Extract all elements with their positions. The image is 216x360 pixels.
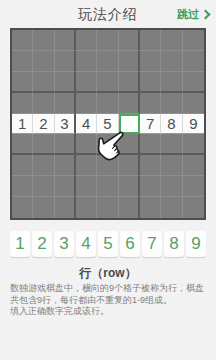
cell-r5c7: 7 [140, 114, 161, 135]
cell-r4c7 [140, 93, 161, 114]
cell-r2c7 [140, 51, 161, 72]
lesson-term: 行（row） [0, 265, 216, 282]
cell-r6c4 [76, 134, 97, 155]
cell-r7c9 [183, 155, 204, 176]
cell-r3c1 [12, 72, 33, 93]
cell-r8c9 [183, 176, 204, 197]
cell-r2c4 [76, 51, 97, 72]
cell-r4c4 [76, 93, 97, 114]
cell-r5c8: 8 [161, 114, 182, 135]
cell-r4c6 [119, 93, 140, 114]
cell-r2c2 [33, 51, 54, 72]
cell-r1c8 [161, 30, 182, 51]
cell-r9c5 [97, 197, 118, 218]
cell-r2c8 [161, 51, 182, 72]
cell-r8c1 [12, 176, 33, 197]
skip-button[interactable]: 跳过 [177, 7, 209, 22]
cell-r1c3 [55, 30, 76, 51]
lesson-line-1: 数独游戏棋盘中，横向的9个格子被称为行，棋盘共包含9行，每行都由不重复的1-9组… [10, 283, 208, 306]
cell-r5c5: 5 [97, 114, 118, 135]
cell-r1c1 [12, 30, 33, 51]
cell-r8c3 [55, 176, 76, 197]
numpad-key-2[interactable]: 2 [32, 231, 52, 257]
header: 玩法介绍 跳过 [0, 0, 216, 26]
cell-r4c8 [161, 93, 182, 114]
cell-r2c3 [55, 51, 76, 72]
cell-r6c3 [55, 134, 76, 155]
cell-r7c7 [140, 155, 161, 176]
cell-r2c6 [119, 51, 140, 72]
numpad-key-4[interactable]: 4 [76, 231, 96, 257]
cell-r4c3 [55, 93, 76, 114]
cell-r7c3 [55, 155, 76, 176]
cell-r8c2 [33, 176, 54, 197]
tutorial-screen: 玩法介绍 跳过 12345789 123456789 行（row） 数独游戏棋盘… [0, 0, 216, 360]
cell-r9c8 [161, 197, 182, 218]
cell-r5c1: 1 [12, 114, 33, 135]
cell-r4c2 [33, 93, 54, 114]
cell-r4c1 [12, 93, 33, 114]
numpad-key-6[interactable]: 6 [120, 231, 140, 257]
numpad-key-7[interactable]: 7 [142, 231, 162, 257]
lesson-description: 数独游戏棋盘中，横向的9个格子被称为行，棋盘共包含9行，每行都由不重复的1-9组… [10, 283, 208, 318]
cell-r7c8 [161, 155, 182, 176]
cell-r7c5 [97, 155, 118, 176]
cell-r1c6 [119, 30, 140, 51]
cell-r3c8 [161, 72, 182, 93]
cell-r3c2 [33, 72, 54, 93]
numpad-key-3[interactable]: 3 [54, 231, 74, 257]
cell-r3c3 [55, 72, 76, 93]
numpad-key-5[interactable]: 5 [98, 231, 118, 257]
cell-r5c6[interactable] [119, 114, 140, 135]
cell-r3c7 [140, 72, 161, 93]
cell-r9c1 [12, 197, 33, 218]
cell-r6c9 [183, 134, 204, 155]
cell-r5c4: 4 [76, 114, 97, 135]
cell-r3c6 [119, 72, 140, 93]
cell-r9c3 [55, 197, 76, 218]
cell-r3c4 [76, 72, 97, 93]
numpad-key-9[interactable]: 9 [186, 231, 206, 257]
numpad-key-1[interactable]: 1 [10, 231, 30, 257]
cell-r6c6 [119, 134, 140, 155]
cell-r5c2: 2 [33, 114, 54, 135]
cell-r5c9: 9 [183, 114, 204, 135]
cell-r1c5 [97, 30, 118, 51]
cell-r1c9 [183, 30, 204, 51]
lesson-line-2: 填入正确数字完成该行。 [10, 306, 208, 318]
cell-r6c1 [12, 134, 33, 155]
cell-r1c7 [140, 30, 161, 51]
cell-r7c6 [119, 155, 140, 176]
cell-r1c2 [33, 30, 54, 51]
cell-r8c6 [119, 176, 140, 197]
cell-r6c5 [97, 134, 118, 155]
cell-r6c2 [33, 134, 54, 155]
cell-r5c3: 3 [55, 114, 76, 135]
cell-r9c9 [183, 197, 204, 218]
number-pad: 123456789 [10, 231, 206, 257]
cell-r1c4 [76, 30, 97, 51]
cell-r3c9 [183, 72, 204, 93]
cell-r4c9 [183, 93, 204, 114]
numpad-key-8[interactable]: 8 [164, 231, 184, 257]
sudoku-board: 12345789 [10, 28, 206, 220]
cell-r9c2 [33, 197, 54, 218]
cell-r7c2 [33, 155, 54, 176]
cell-r8c7 [140, 176, 161, 197]
cell-r6c8 [161, 134, 182, 155]
cell-r8c4 [76, 176, 97, 197]
cell-r9c7 [140, 197, 161, 218]
chevron-right-icon [201, 10, 211, 20]
cell-r8c8 [161, 176, 182, 197]
skip-label: 跳过 [177, 7, 199, 22]
cell-r9c6 [119, 197, 140, 218]
cell-r3c5 [97, 72, 118, 93]
cell-r9c4 [76, 197, 97, 218]
cell-r2c5 [97, 51, 118, 72]
cell-r2c1 [12, 51, 33, 72]
cell-r7c4 [76, 155, 97, 176]
cell-r6c7 [140, 134, 161, 155]
cell-r4c5 [97, 93, 118, 114]
cell-r8c5 [97, 176, 118, 197]
cell-r7c1 [12, 155, 33, 176]
cell-r2c9 [183, 51, 204, 72]
